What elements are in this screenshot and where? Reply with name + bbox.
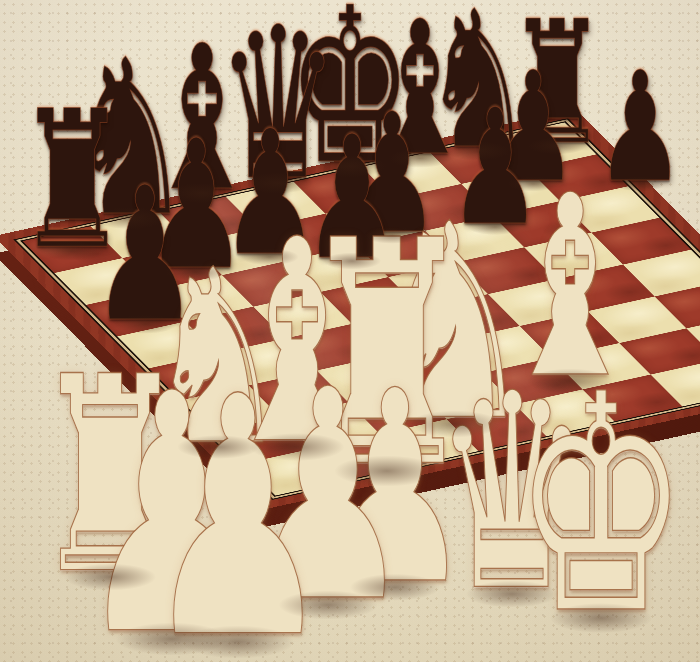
piece-shadow — [389, 149, 452, 168]
piece-shadow — [323, 253, 381, 270]
piece-shadow — [40, 242, 105, 261]
piece-shadow — [168, 183, 236, 203]
piece-shadow — [177, 435, 259, 459]
pieces-layer: ♜♞♝♚♛♟♟♝♞♟♟♜♟♟♟♟♝♞♞♝♜♜♟♛♟♚♟♟ — [0, 0, 700, 662]
piece-shadow — [614, 176, 666, 191]
piece-shadow — [528, 138, 586, 155]
piece-shadow — [466, 581, 558, 608]
piece-shadow — [279, 591, 378, 620]
piece-shadow — [182, 626, 294, 659]
piece-shadow — [409, 411, 501, 438]
piece-shadow — [114, 315, 177, 334]
piece-shadow — [313, 155, 386, 177]
piece-shadow — [550, 603, 652, 633]
piece-shadow — [334, 456, 439, 487]
piece-shadow — [64, 564, 156, 591]
piece-shadow — [242, 173, 313, 194]
piece-shadow — [507, 176, 559, 191]
chess-set-photo: ♜♞♝♚♛♟♟♝♞♟♟♜♟♟♟♟♝♞♞♝♜♜♟♛♟♚♟♟ — [0, 0, 700, 662]
piece-shadow — [249, 433, 344, 461]
piece-shadow — [93, 207, 166, 229]
piece-shadow — [528, 369, 613, 394]
piece-shadow — [364, 227, 420, 244]
piece-shadow — [166, 263, 227, 281]
piece-shadow — [446, 142, 511, 161]
piece-shadow — [468, 219, 522, 235]
